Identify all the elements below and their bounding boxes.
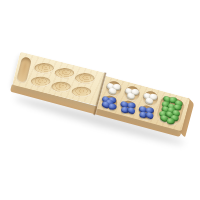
pit-bottom-5[interactable] (119, 98, 137, 116)
pit-top-1[interactable] (34, 62, 54, 73)
store-right[interactable] (155, 95, 185, 126)
pit-bottom-4[interactable] (100, 94, 118, 112)
pit-top-4[interactable] (104, 79, 122, 97)
mancala-board (10, 53, 191, 138)
pit-top-2[interactable] (54, 67, 74, 78)
pit-top-5[interactable] (123, 84, 141, 102)
seed-blue (109, 103, 117, 109)
pit-bottom-3[interactable] (71, 86, 91, 97)
seed-green (167, 118, 175, 124)
pit-top-3[interactable] (75, 73, 95, 84)
pit-top-6[interactable] (141, 89, 159, 107)
photo-background (0, 0, 200, 200)
pit-bottom-2[interactable] (51, 81, 71, 92)
pit-bottom-1[interactable] (31, 76, 51, 87)
store-left[interactable] (16, 56, 32, 84)
pit-bottom-6[interactable] (137, 103, 155, 121)
